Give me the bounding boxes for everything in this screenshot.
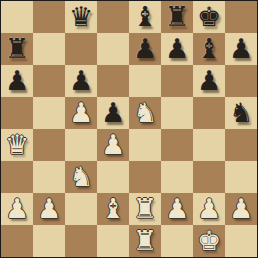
square-h3[interactable] [225, 161, 257, 193]
square-d8[interactable] [97, 1, 129, 33]
black-pawn-c6[interactable]: ♟ [69, 65, 93, 97]
square-e5[interactable]: ♞ [129, 97, 161, 129]
square-g7[interactable]: ♝ [193, 33, 225, 65]
square-f4[interactable] [161, 129, 193, 161]
white-rook-e1[interactable]: ♜ [133, 225, 157, 257]
square-h2[interactable]: ♟ [225, 193, 257, 225]
square-d1[interactable] [97, 225, 129, 257]
square-g4[interactable] [193, 129, 225, 161]
square-a6[interactable]: ♟ [1, 65, 33, 97]
square-f8[interactable]: ♜ [161, 1, 193, 33]
square-e1[interactable]: ♜ [129, 225, 161, 257]
square-g8[interactable]: ♚ [193, 1, 225, 33]
black-pawn-h7[interactable]: ♟ [229, 33, 253, 65]
white-pawn-f2[interactable]: ♟ [165, 193, 189, 225]
square-b4[interactable] [33, 129, 65, 161]
square-d6[interactable] [97, 65, 129, 97]
square-a5[interactable] [1, 97, 33, 129]
square-d5[interactable]: ♟ [97, 97, 129, 129]
square-d4[interactable]: ♟ [97, 129, 129, 161]
square-h8[interactable] [225, 1, 257, 33]
square-e6[interactable] [129, 65, 161, 97]
black-pawn-d5[interactable]: ♟ [101, 97, 125, 129]
square-a4[interactable]: ♛ [1, 129, 33, 161]
white-bishop-d2[interactable]: ♝ [101, 193, 125, 225]
square-d2[interactable]: ♝ [97, 193, 129, 225]
square-a1[interactable] [1, 225, 33, 257]
square-b5[interactable] [33, 97, 65, 129]
square-b7[interactable] [33, 33, 65, 65]
square-c5[interactable]: ♟ [65, 97, 97, 129]
square-c4[interactable] [65, 129, 97, 161]
square-b6[interactable] [33, 65, 65, 97]
square-h1[interactable] [225, 225, 257, 257]
square-c3[interactable]: ♞ [65, 161, 97, 193]
square-a2[interactable]: ♟ [1, 193, 33, 225]
chess-board-frame: ♛♝♜♚♜♟♟♝♟♟♟♟♟♟♞♞♛♟♞♟♟♝♜♟♟♟♜♚ [0, 0, 258, 258]
square-h6[interactable] [225, 65, 257, 97]
black-queen-c8[interactable]: ♛ [69, 1, 93, 33]
square-e2[interactable]: ♜ [129, 193, 161, 225]
square-d7[interactable] [97, 33, 129, 65]
square-b1[interactable] [33, 225, 65, 257]
square-b8[interactable] [33, 1, 65, 33]
square-e4[interactable] [129, 129, 161, 161]
white-pawn-b2[interactable]: ♟ [37, 193, 61, 225]
square-e8[interactable]: ♝ [129, 1, 161, 33]
white-rook-e2[interactable]: ♜ [133, 193, 157, 225]
square-e7[interactable]: ♟ [129, 33, 161, 65]
black-rook-a7[interactable]: ♜ [5, 33, 29, 65]
square-a8[interactable] [1, 1, 33, 33]
square-d3[interactable] [97, 161, 129, 193]
square-c8[interactable]: ♛ [65, 1, 97, 33]
white-queen-a4[interactable]: ♛ [5, 129, 29, 161]
black-pawn-a6[interactable]: ♟ [5, 65, 29, 97]
black-pawn-f7[interactable]: ♟ [165, 33, 189, 65]
black-bishop-e8[interactable]: ♝ [133, 1, 157, 33]
square-h7[interactable]: ♟ [225, 33, 257, 65]
square-c2[interactable] [65, 193, 97, 225]
square-e3[interactable] [129, 161, 161, 193]
square-f2[interactable]: ♟ [161, 193, 193, 225]
square-g5[interactable] [193, 97, 225, 129]
square-c1[interactable] [65, 225, 97, 257]
white-pawn-d4[interactable]: ♟ [101, 129, 125, 161]
square-g3[interactable] [193, 161, 225, 193]
white-pawn-g2[interactable]: ♟ [197, 193, 221, 225]
square-a3[interactable] [1, 161, 33, 193]
black-knight-h5[interactable]: ♞ [229, 97, 253, 129]
square-f1[interactable] [161, 225, 193, 257]
square-a7[interactable]: ♜ [1, 33, 33, 65]
square-f5[interactable] [161, 97, 193, 129]
square-g2[interactable]: ♟ [193, 193, 225, 225]
square-b3[interactable] [33, 161, 65, 193]
black-rook-f8[interactable]: ♜ [165, 1, 189, 33]
square-g6[interactable]: ♟ [193, 65, 225, 97]
square-c6[interactable]: ♟ [65, 65, 97, 97]
white-pawn-h2[interactable]: ♟ [229, 193, 253, 225]
square-f6[interactable] [161, 65, 193, 97]
black-pawn-g6[interactable]: ♟ [197, 65, 221, 97]
square-g1[interactable]: ♚ [193, 225, 225, 257]
square-c7[interactable] [65, 33, 97, 65]
white-pawn-a2[interactable]: ♟ [5, 193, 29, 225]
white-king-g1[interactable]: ♚ [197, 225, 221, 257]
square-h4[interactable] [225, 129, 257, 161]
square-b2[interactable]: ♟ [33, 193, 65, 225]
black-pawn-e7[interactable]: ♟ [133, 33, 157, 65]
white-knight-c3[interactable]: ♞ [69, 161, 93, 193]
white-knight-e5[interactable]: ♞ [133, 97, 157, 129]
white-pawn-c5[interactable]: ♟ [69, 97, 93, 129]
black-bishop-g7[interactable]: ♝ [197, 33, 221, 65]
chess-board: ♛♝♜♚♜♟♟♝♟♟♟♟♟♟♞♞♛♟♞♟♟♝♜♟♟♟♜♚ [1, 1, 257, 257]
black-king-g8[interactable]: ♚ [197, 1, 221, 33]
square-h5[interactable]: ♞ [225, 97, 257, 129]
square-f7[interactable]: ♟ [161, 33, 193, 65]
square-f3[interactable] [161, 161, 193, 193]
